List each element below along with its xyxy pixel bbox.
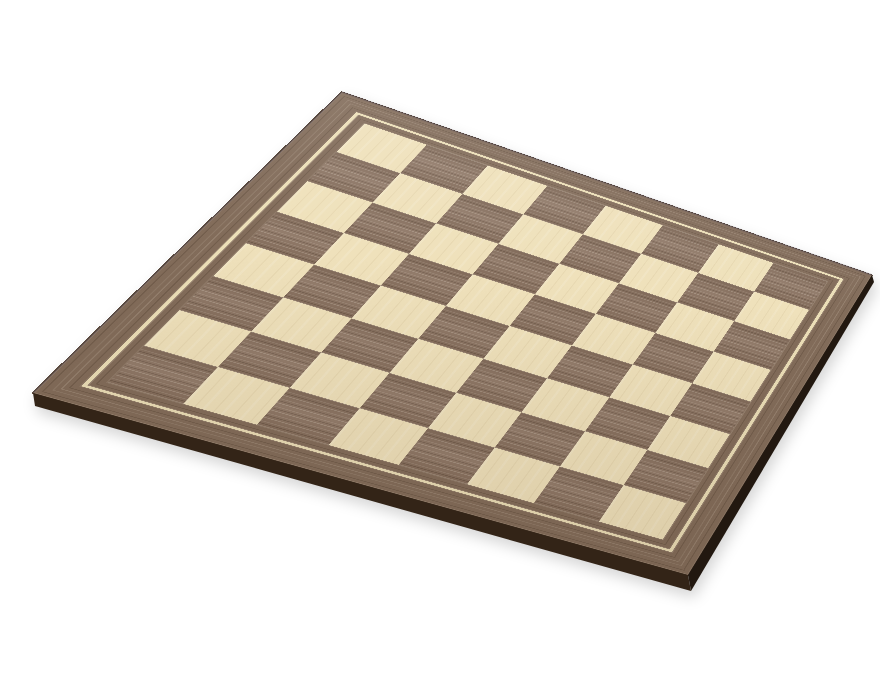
- chess-board: [33, 92, 872, 575]
- board-photo-scene: [0, 0, 880, 680]
